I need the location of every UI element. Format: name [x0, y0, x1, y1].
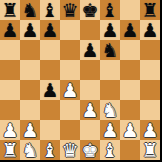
piece-black-king: ♚ [81, 0, 98, 20]
piece-black-pawn: ♟ [41, 80, 58, 100]
piece-white-pawn: ♟ [21, 120, 38, 140]
square-e3[interactable]: ♟ [80, 100, 100, 120]
square-a1[interactable]: ♜ [0, 140, 20, 160]
square-c7[interactable]: ♟ [40, 20, 60, 40]
square-f4[interactable] [100, 80, 120, 100]
piece-black-queen: ♛ [61, 0, 78, 20]
square-c8[interactable]: ♝ [40, 0, 60, 20]
square-b3[interactable] [20, 100, 40, 120]
square-a7[interactable]: ♟ [0, 20, 20, 40]
square-h4[interactable] [140, 80, 160, 100]
square-d2[interactable] [60, 120, 80, 140]
square-f3[interactable]: ♞ [100, 100, 120, 120]
piece-white-pawn: ♟ [81, 100, 98, 120]
square-a8[interactable]: ♜ [0, 0, 20, 20]
square-f8[interactable]: ♝ [100, 0, 120, 20]
square-h5[interactable] [140, 60, 160, 80]
piece-white-pawn: ♟ [101, 120, 118, 140]
square-g8[interactable] [120, 0, 140, 20]
square-b7[interactable]: ♟ [20, 20, 40, 40]
square-c5[interactable] [40, 60, 60, 80]
square-g7[interactable]: ♟ [120, 20, 140, 40]
piece-black-rook: ♜ [1, 0, 18, 20]
piece-white-queen: ♛ [61, 140, 78, 160]
piece-black-pawn: ♟ [21, 20, 38, 40]
square-f1[interactable]: ♝ [100, 140, 120, 160]
square-d7[interactable] [60, 20, 80, 40]
square-f7[interactable]: ♟ [100, 20, 120, 40]
square-e6[interactable]: ♟ [80, 40, 100, 60]
piece-white-king: ♚ [81, 140, 98, 160]
piece-black-pawn: ♟ [121, 20, 138, 40]
square-c3[interactable] [40, 100, 60, 120]
square-h2[interactable]: ♟ [140, 120, 160, 140]
square-d4[interactable]: ♟ [60, 80, 80, 100]
square-g3[interactable] [120, 100, 140, 120]
square-e7[interactable] [80, 20, 100, 40]
square-b2[interactable]: ♟ [20, 120, 40, 140]
square-a4[interactable] [0, 80, 20, 100]
square-f2[interactable]: ♟ [100, 120, 120, 140]
square-a3[interactable] [0, 100, 20, 120]
square-b6[interactable] [20, 40, 40, 60]
square-a6[interactable] [0, 40, 20, 60]
piece-black-knight: ♞ [101, 40, 118, 60]
square-b4[interactable] [20, 80, 40, 100]
piece-white-knight: ♞ [21, 140, 38, 160]
piece-black-knight: ♞ [21, 0, 38, 20]
square-h7[interactable]: ♟ [140, 20, 160, 40]
chess-board: ♜♞♝♛♚♝♜♟♟♟♟♟♟♟♞♟♟♟♞♟♟♟♟♟♜♞♝♛♚♝♜ [0, 0, 160, 160]
square-a5[interactable] [0, 60, 20, 80]
square-h8[interactable]: ♜ [140, 0, 160, 20]
square-d1[interactable]: ♛ [60, 140, 80, 160]
square-e4[interactable] [80, 80, 100, 100]
piece-white-pawn: ♟ [121, 120, 138, 140]
square-b8[interactable]: ♞ [20, 0, 40, 20]
square-h1[interactable]: ♜ [140, 140, 160, 160]
piece-white-pawn: ♟ [61, 80, 78, 100]
square-e5[interactable] [80, 60, 100, 80]
piece-white-rook: ♜ [141, 140, 158, 160]
square-g6[interactable] [120, 40, 140, 60]
piece-white-pawn: ♟ [141, 120, 158, 140]
square-a2[interactable]: ♟ [0, 120, 20, 140]
square-e8[interactable]: ♚ [80, 0, 100, 20]
square-g4[interactable] [120, 80, 140, 100]
piece-white-pawn: ♟ [1, 120, 18, 140]
piece-black-bishop: ♝ [101, 0, 118, 20]
piece-black-pawn: ♟ [101, 20, 118, 40]
piece-white-rook: ♜ [1, 140, 18, 160]
square-c1[interactable]: ♝ [40, 140, 60, 160]
piece-black-pawn: ♟ [41, 20, 58, 40]
square-d3[interactable] [60, 100, 80, 120]
piece-black-rook: ♜ [141, 0, 158, 20]
piece-black-pawn: ♟ [1, 20, 18, 40]
square-c4[interactable]: ♟ [40, 80, 60, 100]
square-h3[interactable] [140, 100, 160, 120]
square-f6[interactable]: ♞ [100, 40, 120, 60]
square-g2[interactable]: ♟ [120, 120, 140, 140]
piece-black-pawn: ♟ [81, 40, 98, 60]
square-c6[interactable] [40, 40, 60, 60]
piece-white-knight: ♞ [101, 100, 118, 120]
square-g5[interactable] [120, 60, 140, 80]
square-b1[interactable]: ♞ [20, 140, 40, 160]
square-c2[interactable] [40, 120, 60, 140]
square-g1[interactable] [120, 140, 140, 160]
square-d5[interactable] [60, 60, 80, 80]
square-f5[interactable] [100, 60, 120, 80]
piece-black-bishop: ♝ [41, 0, 58, 20]
square-h6[interactable] [140, 40, 160, 60]
piece-black-pawn: ♟ [141, 20, 158, 40]
square-e1[interactable]: ♚ [80, 140, 100, 160]
square-d6[interactable] [60, 40, 80, 60]
square-e2[interactable] [80, 120, 100, 140]
piece-white-bishop: ♝ [41, 140, 58, 160]
piece-white-bishop: ♝ [101, 140, 118, 160]
square-b5[interactable] [20, 60, 40, 80]
square-d8[interactable]: ♛ [60, 0, 80, 20]
